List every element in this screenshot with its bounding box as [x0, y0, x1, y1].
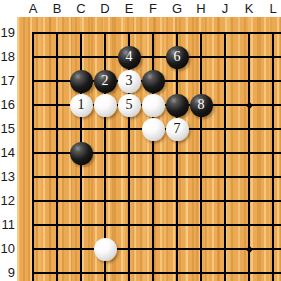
column-label-k: K — [237, 1, 261, 17]
stone-black-e18: 4 — [118, 46, 141, 69]
grid-line-column-a — [32, 32, 34, 281]
stone-white-e16: 5 — [118, 94, 141, 117]
stone-white-f15 — [142, 118, 165, 141]
column-label-d: D — [93, 1, 117, 17]
stone-move-number: 3 — [126, 73, 133, 89]
column-label-c: C — [69, 1, 93, 17]
stone-move-number: 7 — [174, 121, 181, 137]
row-label-18: 18 — [0, 49, 15, 65]
stone-black-h16: 8 — [190, 94, 213, 117]
stone-black-c14 — [70, 142, 93, 165]
column-label-b: B — [45, 1, 69, 17]
stone-black-f17 — [142, 70, 165, 93]
stone-white-c16: 1 — [70, 94, 93, 117]
stone-white-d16 — [94, 94, 117, 117]
row-label-17: 17 — [0, 73, 15, 89]
row-label-19: 19 — [0, 25, 15, 41]
column-label-l: L — [261, 1, 281, 17]
stone-black-c17 — [70, 70, 93, 93]
stone-move-number: 6 — [174, 49, 181, 65]
grid-line-row-9 — [32, 272, 281, 274]
grid-line-row-19 — [32, 32, 281, 34]
stone-white-e17: 3 — [118, 70, 141, 93]
stone-move-number: 5 — [126, 97, 133, 113]
stone-white-g15: 7 — [166, 118, 189, 141]
row-label-9: 9 — [0, 265, 15, 281]
row-label-13: 13 — [0, 169, 15, 185]
column-label-a: A — [21, 1, 45, 17]
stone-move-number: 2 — [102, 73, 109, 89]
grid-line-column-j — [224, 32, 226, 281]
stone-move-number: 4 — [126, 49, 133, 65]
grid-line-row-13 — [32, 176, 281, 178]
grid-line-row-11 — [32, 224, 281, 226]
grid-line-column-l — [272, 32, 274, 281]
grid-line-row-12 — [32, 200, 281, 202]
stone-black-g16 — [166, 94, 189, 117]
grid-line-column-g — [176, 32, 178, 281]
row-label-11: 11 — [0, 217, 15, 233]
column-label-h: H — [189, 1, 213, 17]
go-diagram: ABCDEFGHJKL19181716151413121110946231587 — [0, 0, 281, 281]
stone-move-number: 8 — [198, 97, 205, 113]
stone-move-number: 1 — [78, 97, 85, 113]
grid-line-column-b — [56, 32, 58, 281]
row-label-10: 10 — [0, 241, 15, 257]
stone-black-d17: 2 — [94, 70, 117, 93]
column-label-j: J — [213, 1, 237, 17]
grid-line-row-18 — [32, 56, 281, 58]
column-label-f: F — [141, 1, 165, 17]
column-label-g: G — [165, 1, 189, 17]
stone-white-f16 — [142, 94, 165, 117]
row-label-14: 14 — [0, 145, 15, 161]
row-label-15: 15 — [0, 121, 15, 137]
grid-line-column-k — [248, 32, 250, 281]
stone-white-d10 — [94, 238, 117, 261]
grid-line-column-h — [200, 32, 202, 281]
grid-line-row-10 — [32, 248, 281, 250]
stone-black-g18: 6 — [166, 46, 189, 69]
column-label-e: E — [117, 1, 141, 17]
row-label-16: 16 — [0, 97, 15, 113]
row-label-12: 12 — [0, 193, 15, 209]
